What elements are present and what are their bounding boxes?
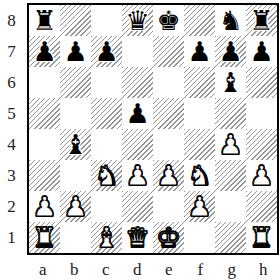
- file-label-e: e: [153, 257, 185, 280]
- white-king-icon: ♚: [156, 222, 180, 253]
- square-b4[interactable]: ♝: [60, 129, 91, 160]
- square-b1[interactable]: [60, 222, 91, 253]
- square-g2[interactable]: [215, 191, 246, 222]
- white-pawn-icon: ♟: [32, 191, 56, 222]
- square-e2[interactable]: [153, 191, 184, 222]
- rank-labels: 87654321: [0, 5, 27, 253]
- square-a7[interactable]: ♟: [29, 36, 60, 67]
- square-g8[interactable]: ♞: [215, 5, 246, 36]
- square-h6[interactable]: [246, 67, 277, 98]
- square-d4[interactable]: [122, 129, 153, 160]
- square-d7[interactable]: [122, 36, 153, 67]
- black-rook-icon: ♜: [249, 5, 273, 36]
- square-h7[interactable]: ♟: [246, 36, 277, 67]
- black-pawn-icon: ♟: [94, 36, 118, 67]
- rank-label-1: 1: [0, 222, 25, 253]
- rank-label-4: 4: [0, 129, 25, 160]
- white-pawn-icon: ♟: [249, 160, 273, 191]
- file-label-b: b: [59, 257, 91, 280]
- white-pawn-icon: ♟: [125, 160, 149, 191]
- file-label-d: d: [122, 257, 154, 280]
- square-f3[interactable]: ♞: [184, 160, 215, 191]
- square-g1[interactable]: [215, 222, 246, 253]
- square-f4[interactable]: [184, 129, 215, 160]
- square-g6[interactable]: ♝: [215, 67, 246, 98]
- file-label-a: a: [27, 257, 59, 280]
- black-pawn-icon: ♟: [125, 98, 149, 129]
- square-b8[interactable]: [60, 5, 91, 36]
- square-g4[interactable]: ♟: [215, 129, 246, 160]
- square-h1[interactable]: ♜: [246, 222, 277, 253]
- black-rook-icon: ♜: [32, 5, 56, 36]
- file-label-f: f: [185, 257, 217, 280]
- white-knight-icon: ♞: [187, 160, 211, 191]
- square-c7[interactable]: ♟: [91, 36, 122, 67]
- black-pawn-icon: ♟: [218, 36, 242, 67]
- square-b7[interactable]: ♟: [60, 36, 91, 67]
- rank-label-6: 6: [0, 67, 25, 98]
- square-a2[interactable]: ♟: [29, 191, 60, 222]
- rank-label-3: 3: [0, 160, 25, 191]
- square-a1[interactable]: ♜: [29, 222, 60, 253]
- rank-label-8: 8: [0, 5, 25, 36]
- square-e8[interactable]: ♚: [153, 5, 184, 36]
- square-f5[interactable]: [184, 98, 215, 129]
- square-c5[interactable]: [91, 98, 122, 129]
- square-c8[interactable]: [91, 5, 122, 36]
- square-d1[interactable]: ♛: [122, 222, 153, 253]
- square-e5[interactable]: [153, 98, 184, 129]
- square-b6[interactable]: [60, 67, 91, 98]
- black-pawn-icon: ♟: [249, 36, 273, 67]
- square-c2[interactable]: [91, 191, 122, 222]
- square-f7[interactable]: ♟: [184, 36, 215, 67]
- square-e7[interactable]: [153, 36, 184, 67]
- file-labels: abcdefgh: [27, 257, 279, 280]
- chess-board: ♜♛♚♞♜♟♟♟♟♟♟♝♟♝♟♞♟♟♞♟♟♟♟♜♝♛♚♜: [27, 3, 279, 255]
- square-a3[interactable]: [29, 160, 60, 191]
- square-f6[interactable]: [184, 67, 215, 98]
- square-g7[interactable]: ♟: [215, 36, 246, 67]
- square-a5[interactable]: [29, 98, 60, 129]
- white-knight-icon: ♞: [94, 160, 118, 191]
- white-queen-icon: ♛: [125, 222, 149, 253]
- square-c3[interactable]: ♞: [91, 160, 122, 191]
- square-h8[interactable]: ♜: [246, 5, 277, 36]
- square-e4[interactable]: [153, 129, 184, 160]
- square-c6[interactable]: [91, 67, 122, 98]
- black-queen-icon: ♛: [125, 5, 149, 36]
- black-knight-icon: ♞: [218, 5, 242, 36]
- square-f2[interactable]: ♟: [184, 191, 215, 222]
- file-label-c: c: [90, 257, 122, 280]
- file-label-g: g: [216, 257, 248, 280]
- white-pawn-icon: ♟: [218, 129, 242, 160]
- square-e6[interactable]: [153, 67, 184, 98]
- white-rook-icon: ♜: [32, 222, 56, 253]
- square-d2[interactable]: [122, 191, 153, 222]
- square-h5[interactable]: [246, 98, 277, 129]
- square-h3[interactable]: ♟: [246, 160, 277, 191]
- square-d8[interactable]: ♛: [122, 5, 153, 36]
- square-a4[interactable]: [29, 129, 60, 160]
- square-b5[interactable]: [60, 98, 91, 129]
- black-pawn-icon: ♟: [187, 36, 211, 67]
- square-f8[interactable]: [184, 5, 215, 36]
- square-b3[interactable]: [60, 160, 91, 191]
- black-bishop-icon: ♝: [63, 129, 87, 160]
- square-d5[interactable]: ♟: [122, 98, 153, 129]
- white-pawn-icon: ♟: [187, 191, 211, 222]
- white-pawn-icon: ♟: [63, 191, 87, 222]
- square-g3[interactable]: [215, 160, 246, 191]
- white-rook-icon: ♜: [249, 222, 273, 253]
- square-d3[interactable]: ♟: [122, 160, 153, 191]
- square-g5[interactable]: [215, 98, 246, 129]
- square-a6[interactable]: [29, 67, 60, 98]
- black-king-icon: ♚: [156, 5, 180, 36]
- square-f1[interactable]: [184, 222, 215, 253]
- square-b2[interactable]: ♟: [60, 191, 91, 222]
- square-e1[interactable]: ♚: [153, 222, 184, 253]
- black-pawn-icon: ♟: [32, 36, 56, 67]
- rank-label-2: 2: [0, 191, 25, 222]
- white-pawn-icon: ♟: [156, 160, 180, 191]
- rank-label-5: 5: [0, 98, 25, 129]
- square-c1[interactable]: ♝: [91, 222, 122, 253]
- rank-label-7: 7: [0, 36, 25, 67]
- square-h4[interactable]: [246, 129, 277, 160]
- square-a8[interactable]: ♜: [29, 5, 60, 36]
- black-pawn-icon: ♟: [63, 36, 87, 67]
- file-label-h: h: [248, 257, 280, 280]
- chess-diagram: 87654321 ♜♛♚♞♜♟♟♟♟♟♟♝♟♝♟♞♟♟♞♟♟♟♟♜♝♛♚♜ ab…: [0, 0, 279, 280]
- square-d6[interactable]: [122, 67, 153, 98]
- black-bishop-icon: ♝: [218, 67, 242, 98]
- square-c4[interactable]: [91, 129, 122, 160]
- square-h2[interactable]: [246, 191, 277, 222]
- white-bishop-icon: ♝: [94, 222, 118, 253]
- square-e3[interactable]: ♟: [153, 160, 184, 191]
